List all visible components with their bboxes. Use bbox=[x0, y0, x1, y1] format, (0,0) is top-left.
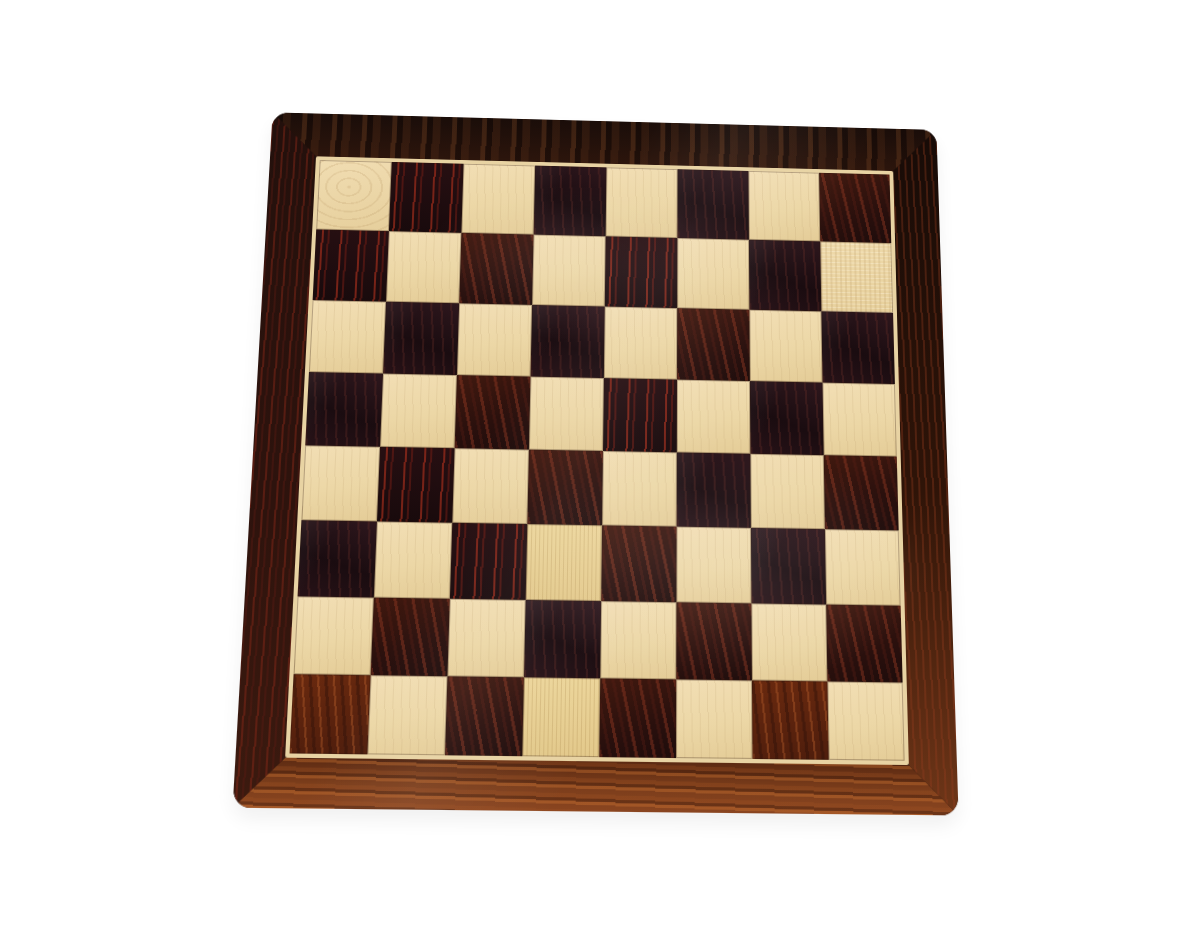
square-g2 bbox=[751, 603, 827, 681]
square-d4 bbox=[527, 450, 603, 526]
square-c6 bbox=[457, 303, 532, 376]
square-b4 bbox=[377, 447, 455, 523]
square-a2 bbox=[294, 596, 374, 675]
square-e7 bbox=[605, 236, 678, 308]
chess-board bbox=[233, 112, 959, 815]
square-d2 bbox=[524, 600, 601, 678]
square-h4 bbox=[824, 455, 899, 530]
square-f5 bbox=[677, 380, 751, 454]
square-e6 bbox=[604, 307, 677, 380]
board-frame-bottom bbox=[233, 757, 959, 815]
square-f3 bbox=[676, 527, 751, 604]
square-h5 bbox=[823, 383, 897, 457]
square-f6 bbox=[677, 308, 750, 381]
square-d5 bbox=[529, 377, 604, 451]
square-c4 bbox=[452, 448, 529, 524]
square-c8 bbox=[461, 164, 535, 235]
square-b8 bbox=[389, 162, 464, 233]
square-h6 bbox=[821, 311, 895, 384]
square-e2 bbox=[600, 601, 676, 679]
square-f2 bbox=[676, 602, 752, 680]
square-c3 bbox=[450, 523, 527, 600]
square-g7 bbox=[749, 240, 821, 312]
square-e5 bbox=[603, 378, 677, 452]
square-h7 bbox=[820, 241, 893, 313]
square-h3 bbox=[825, 529, 901, 606]
square-a5 bbox=[305, 372, 383, 447]
square-a6 bbox=[309, 300, 386, 373]
square-a8 bbox=[316, 160, 392, 231]
square-b6 bbox=[383, 302, 459, 375]
square-b3 bbox=[374, 521, 452, 598]
square-d6 bbox=[531, 305, 605, 378]
square-e3 bbox=[601, 525, 676, 602]
square-g8 bbox=[748, 171, 820, 241]
square-d3 bbox=[526, 524, 602, 601]
board-squares bbox=[290, 160, 905, 761]
square-b7 bbox=[386, 231, 461, 303]
square-g1 bbox=[752, 680, 829, 759]
square-g5 bbox=[750, 381, 824, 455]
square-h2 bbox=[826, 605, 902, 683]
square-a1 bbox=[290, 674, 371, 754]
square-b5 bbox=[380, 374, 457, 449]
square-d1 bbox=[522, 677, 600, 757]
square-e4 bbox=[602, 451, 677, 527]
square-a7 bbox=[313, 229, 389, 301]
square-g4 bbox=[750, 454, 825, 529]
square-h8 bbox=[819, 173, 891, 243]
square-g6 bbox=[749, 310, 822, 383]
square-c1 bbox=[445, 676, 524, 756]
square-f8 bbox=[677, 169, 749, 240]
square-h1 bbox=[827, 681, 904, 760]
square-b2 bbox=[371, 598, 450, 677]
square-a4 bbox=[301, 445, 380, 521]
square-e1 bbox=[599, 678, 676, 758]
square-d8 bbox=[534, 166, 607, 237]
maple-inlay-border bbox=[285, 156, 909, 765]
square-c7 bbox=[459, 233, 533, 305]
square-c5 bbox=[455, 375, 531, 450]
square-d7 bbox=[532, 235, 606, 307]
square-f1 bbox=[676, 679, 752, 759]
square-b1 bbox=[367, 675, 447, 755]
square-f4 bbox=[677, 452, 751, 527]
square-a3 bbox=[298, 520, 377, 597]
square-e8 bbox=[606, 167, 678, 238]
board-photo bbox=[0, 0, 1200, 925]
square-c2 bbox=[447, 599, 525, 678]
square-g3 bbox=[751, 528, 826, 605]
square-f7 bbox=[677, 238, 749, 310]
